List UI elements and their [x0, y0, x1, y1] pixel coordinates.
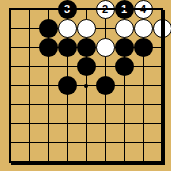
board-intersection[interactable]: [20, 133, 39, 152]
board-intersection[interactable]: [153, 38, 172, 57]
star-point-icon: [84, 84, 88, 88]
board-intersection[interactable]: [134, 133, 153, 152]
board-intersection[interactable]: [115, 152, 134, 171]
white-stone: 2: [96, 0, 115, 19]
board-intersection[interactable]: [20, 19, 39, 38]
board-intersection[interactable]: [153, 133, 172, 152]
board-intersection[interactable]: [153, 76, 172, 95]
board-intersection[interactable]: [58, 19, 77, 38]
board-intersection[interactable]: [58, 152, 77, 171]
black-stone: [115, 57, 134, 76]
black-stone: [77, 57, 96, 76]
board-intersection[interactable]: [58, 76, 77, 95]
board-intersection[interactable]: [39, 95, 58, 114]
go-diagram: 3214: [0, 0, 171, 171]
board-intersection[interactable]: [39, 19, 58, 38]
board-intersection[interactable]: [77, 19, 96, 38]
board-intersection[interactable]: [134, 95, 153, 114]
board-intersection[interactable]: [153, 95, 172, 114]
board-intersection[interactable]: [39, 57, 58, 76]
black-stone: [39, 38, 58, 57]
board-intersection[interactable]: [1, 0, 20, 19]
board-intersection[interactable]: 4: [134, 0, 153, 19]
board-intersection[interactable]: [77, 38, 96, 57]
go-board: 3214: [1, 0, 172, 171]
white-stone: [58, 19, 77, 38]
board-intersection[interactable]: [20, 0, 39, 19]
board-intersection[interactable]: [77, 95, 96, 114]
board-intersection[interactable]: [96, 152, 115, 171]
board-intersection[interactable]: [1, 114, 20, 133]
board-intersection[interactable]: [96, 95, 115, 114]
board-intersection[interactable]: [96, 114, 115, 133]
board-intersection[interactable]: [39, 38, 58, 57]
board-intersection[interactable]: [1, 57, 20, 76]
board-intersection[interactable]: [153, 114, 172, 133]
board-intersection[interactable]: [39, 76, 58, 95]
board-intersection[interactable]: [153, 19, 172, 38]
board-intersection[interactable]: [20, 152, 39, 171]
board-intersection[interactable]: 1: [115, 0, 134, 19]
board-intersection[interactable]: [115, 38, 134, 57]
board-intersection[interactable]: [77, 133, 96, 152]
board-intersection[interactable]: [20, 114, 39, 133]
board-intersection[interactable]: [58, 114, 77, 133]
board-intersection[interactable]: [153, 57, 172, 76]
black-stone: [58, 76, 77, 95]
board-intersection[interactable]: [96, 76, 115, 95]
board-intersection[interactable]: [134, 38, 153, 57]
white-stone: [96, 38, 115, 57]
board-intersection[interactable]: [115, 76, 134, 95]
board-intersection[interactable]: [39, 0, 58, 19]
board-intersection[interactable]: [96, 19, 115, 38]
board-intersection[interactable]: [39, 114, 58, 133]
board-intersection[interactable]: [134, 114, 153, 133]
board-intersection[interactable]: [134, 152, 153, 171]
board-intersection[interactable]: [134, 19, 153, 38]
black-stone: [134, 38, 153, 57]
board-intersection[interactable]: [1, 95, 20, 114]
board-intersection[interactable]: [134, 57, 153, 76]
board-intersection[interactable]: [77, 0, 96, 19]
board-intersection[interactable]: [58, 38, 77, 57]
black-stone: [39, 19, 58, 38]
board-intersection[interactable]: [115, 133, 134, 152]
board-intersection[interactable]: [20, 95, 39, 114]
board-intersection[interactable]: [1, 76, 20, 95]
board-intersection[interactable]: [1, 133, 20, 152]
board-intersection[interactable]: [77, 114, 96, 133]
board-intersection[interactable]: [20, 57, 39, 76]
board-intersection[interactable]: [1, 152, 20, 171]
board-intersection[interactable]: [96, 133, 115, 152]
board-intersection[interactable]: [115, 95, 134, 114]
board-intersection[interactable]: [115, 114, 134, 133]
board-intersection[interactable]: [134, 76, 153, 95]
board-intersection[interactable]: [39, 133, 58, 152]
black-stone: [58, 38, 77, 57]
board-intersection[interactable]: [77, 76, 96, 95]
board-intersection[interactable]: [153, 0, 172, 19]
board-intersection[interactable]: [58, 133, 77, 152]
black-stone: [77, 38, 96, 57]
board-intersection[interactable]: [39, 152, 58, 171]
board-intersection[interactable]: [77, 57, 96, 76]
white-stone: [77, 19, 96, 38]
board-intersection[interactable]: [58, 95, 77, 114]
black-stone: [96, 76, 115, 95]
board-intersection[interactable]: [153, 152, 172, 171]
white-stone: [115, 19, 134, 38]
board-intersection[interactable]: [115, 19, 134, 38]
black-stone: 1: [115, 0, 134, 19]
board-intersection[interactable]: 3: [58, 0, 77, 19]
board-intersection[interactable]: [58, 57, 77, 76]
board-intersection[interactable]: [20, 76, 39, 95]
black-stone: 3: [58, 0, 77, 19]
board-intersection[interactable]: [1, 38, 20, 57]
board-intersection[interactable]: [115, 57, 134, 76]
white-stone: [153, 19, 172, 38]
board-intersection[interactable]: [20, 38, 39, 57]
board-intersection[interactable]: 2: [96, 0, 115, 19]
black-stone: [115, 38, 134, 57]
board-intersection[interactable]: [96, 57, 115, 76]
board-intersection[interactable]: [1, 19, 20, 38]
white-stone: 4: [134, 0, 153, 19]
board-intersection[interactable]: [96, 38, 115, 57]
board-intersection[interactable]: [77, 152, 96, 171]
white-stone: [134, 19, 153, 38]
